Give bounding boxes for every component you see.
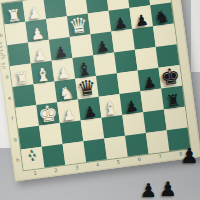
- file-label-c: c: [0, 52, 9, 59]
- captured-black-pawn[interactable]: ♟: [159, 179, 177, 199]
- square-h2[interactable]: [42, 144, 66, 168]
- black-queen-e4[interactable]: ♛: [75, 77, 99, 101]
- square-f2[interactable]: ♚: [36, 102, 60, 126]
- file-label-e: e: [5, 94, 15, 101]
- file-label-g: g: [10, 136, 20, 143]
- captured-black-pawn[interactable]: ♟: [180, 146, 199, 167]
- white-rook-a1[interactable]: ♜: [3, 7, 26, 26]
- square-h7[interactable]: [146, 130, 170, 154]
- white-king-f2[interactable]: ♚: [36, 102, 60, 127]
- square-d1[interactable]: ♜: [10, 63, 34, 87]
- black-pawn-f6[interactable]: ♟: [120, 98, 143, 116]
- chess-board[interactable]: US CHESS ♜♟♟♛♟♟♞♟♟♟♜♝♟♝♞♛♟♚♚♟♟♝♟♜♞ ♞♞ ♞ …: [0, 0, 200, 181]
- square-a2[interactable]: ♟: [23, 0, 47, 22]
- square-e4[interactable]: ♛: [75, 76, 99, 100]
- black-pawn-f4[interactable]: ♟: [79, 104, 102, 122]
- rank-label-2: 2: [50, 166, 63, 175]
- white-pawn-f3[interactable]: ♟: [58, 107, 81, 125]
- square-e7[interactable]: ♟: [138, 68, 162, 92]
- file-label-b: b: [0, 31, 6, 38]
- square-b4[interactable]: ♛: [67, 14, 91, 38]
- square-e5[interactable]: [96, 73, 120, 97]
- square-c1[interactable]: [7, 43, 31, 67]
- white-pawn-c2[interactable]: ♟: [29, 47, 52, 65]
- white-bishop-f5[interactable]: ♝: [99, 98, 122, 119]
- white-queen-b4[interactable]: ♛: [67, 15, 91, 39]
- rank-label-6: 6: [133, 155, 146, 164]
- square-d2[interactable]: ♝: [31, 61, 55, 85]
- square-b5[interactable]: [88, 11, 112, 35]
- square-g1[interactable]: [18, 126, 42, 150]
- square-h6[interactable]: [125, 133, 149, 157]
- square-f6[interactable]: ♟: [120, 91, 144, 115]
- square-c3[interactable]: ♟: [49, 37, 73, 61]
- photo-canvas: { "game": "chess", "scene": { "descripti…: [0, 0, 200, 200]
- square-h3[interactable]: [63, 141, 87, 165]
- white-knight-e3[interactable]: ♞: [55, 84, 78, 104]
- black-rook-f8[interactable]: ♜: [162, 92, 185, 111]
- white-rook-d1[interactable]: ♜: [11, 69, 34, 88]
- white-bishop-d2[interactable]: ♝: [31, 65, 54, 86]
- black-pawn-c3[interactable]: ♟: [50, 44, 73, 62]
- square-e6[interactable]: [117, 71, 141, 95]
- square-e8[interactable]: ♚: [158, 65, 182, 89]
- square-h4[interactable]: [83, 138, 107, 162]
- square-h5[interactable]: [104, 136, 128, 160]
- square-d6[interactable]: [114, 50, 138, 74]
- rank-label-7: 7: [154, 153, 167, 162]
- square-d7[interactable]: [135, 47, 159, 71]
- square-f5[interactable]: ♝: [99, 94, 123, 118]
- rank-label-5: 5: [112, 158, 125, 167]
- black-pawn-e7[interactable]: ♟: [139, 75, 162, 93]
- white-pawn-a2[interactable]: ♟: [23, 5, 46, 23]
- black-pawn-c5[interactable]: ♟: [91, 39, 114, 57]
- square-b6[interactable]: ♟: [109, 8, 133, 32]
- square-h1[interactable]: ♞ ♞♞ ♞: [21, 147, 45, 171]
- black-pawn-b7[interactable]: ♟: [130, 12, 153, 30]
- rank-label-3: 3: [70, 164, 83, 173]
- black-king-e8[interactable]: ♚: [158, 65, 182, 90]
- board-grid: ♜♟♟♛♟♟♞♟♟♟♜♝♟♝♞♛♟♚♚♟♟♝♟♜♞ ♞♞ ♞: [2, 0, 190, 170]
- square-b7[interactable]: ♟: [129, 5, 153, 29]
- rank-label-4: 4: [91, 161, 104, 170]
- rank-label-1: 1: [29, 169, 42, 178]
- square-b3[interactable]: [46, 16, 70, 40]
- captured-black-pawn[interactable]: ♟: [140, 181, 157, 200]
- square-c5[interactable]: ♟: [91, 32, 115, 56]
- black-knight-b8[interactable]: ♞: [151, 8, 174, 28]
- square-g7[interactable]: [143, 109, 167, 133]
- four-knights-diamond-logo-icon: ♞ ♞♞ ♞: [21, 148, 43, 163]
- square-a1[interactable]: ♜: [2, 1, 26, 25]
- black-pawn-b6[interactable]: ♟: [110, 15, 133, 33]
- square-f1[interactable]: [15, 105, 39, 129]
- square-b8[interactable]: ♞: [150, 3, 174, 27]
- white-pawn-d3[interactable]: ♟: [53, 65, 76, 83]
- white-pawn-b2[interactable]: ♟: [26, 26, 49, 44]
- table-paper-top-right: [191, 0, 200, 72]
- file-label-f: f: [7, 115, 17, 122]
